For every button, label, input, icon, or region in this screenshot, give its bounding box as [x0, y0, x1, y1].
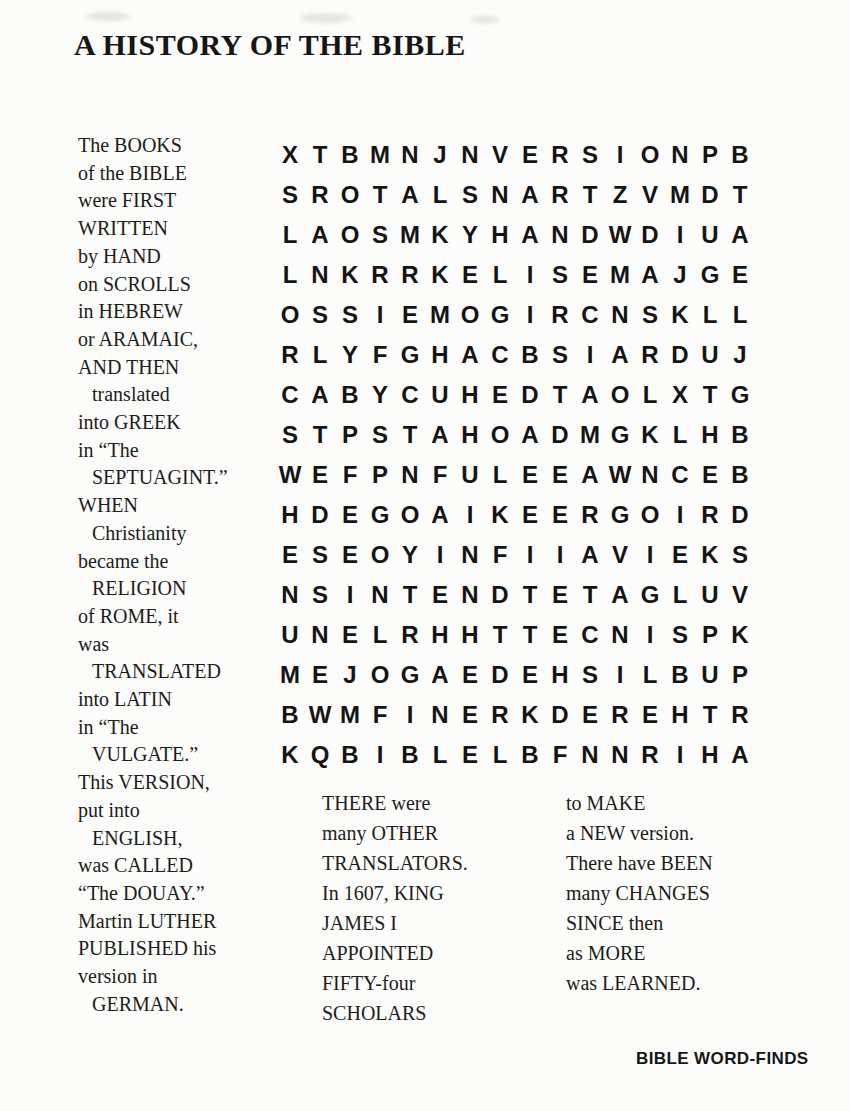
- grid-cell-r9c13[interactable]: N: [635, 455, 665, 495]
- grid-cell-r7c13[interactable]: L: [635, 375, 665, 415]
- grid-cell-r9c3[interactable]: F: [335, 455, 365, 495]
- grid-cell-r2c9[interactable]: A: [515, 175, 545, 215]
- grid-cell-r1c3[interactable]: B: [335, 135, 365, 175]
- grid-cell-r9c12[interactable]: W: [605, 455, 635, 495]
- footer-brand: BIBLE WORD-FINDS: [636, 1049, 809, 1069]
- grid-cell-r16c15[interactable]: H: [695, 735, 725, 775]
- grid-cell-r12c12[interactable]: A: [605, 575, 635, 615]
- grid-cell-r13c9[interactable]: T: [515, 615, 545, 655]
- grid-cell-r10c12[interactable]: G: [605, 495, 635, 535]
- grid-cell-r13c10[interactable]: E: [545, 615, 575, 655]
- grid-cell-r13c2[interactable]: N: [305, 615, 335, 655]
- grid-cell-r5c14[interactable]: K: [665, 295, 695, 335]
- grid-cell-r14c9[interactable]: E: [515, 655, 545, 695]
- grid-cell-r12c2[interactable]: S: [305, 575, 335, 615]
- grid-cell-r14c1[interactable]: M: [275, 655, 305, 695]
- grid-cell-r5c9[interactable]: I: [515, 295, 545, 335]
- grid-cell-r9c14[interactable]: C: [665, 455, 695, 495]
- grid-cell-r16c5[interactable]: B: [395, 735, 425, 775]
- grid-cell-r12c1[interactable]: N: [275, 575, 305, 615]
- grid-cell-r4c1[interactable]: L: [275, 255, 305, 295]
- text-line: version in: [78, 963, 283, 991]
- grid-cell-r15c11[interactable]: E: [575, 695, 605, 735]
- grid-cell-r5c2[interactable]: S: [305, 295, 335, 335]
- grid-cell-r2c4[interactable]: T: [365, 175, 395, 215]
- text-line: TRANSLATED: [78, 658, 283, 686]
- grid-cell-r13c13[interactable]: I: [635, 615, 665, 655]
- grid-cell-r12c13[interactable]: G: [635, 575, 665, 615]
- grid-cell-r1c4[interactable]: M: [365, 135, 395, 175]
- grid-cell-r13c7[interactable]: H: [455, 615, 485, 655]
- grid-cell-r16c3[interactable]: B: [335, 735, 365, 775]
- scan-smudge: [300, 13, 352, 23]
- grid-cell-r13c12[interactable]: N: [605, 615, 635, 655]
- grid-cell-r6c3[interactable]: Y: [335, 335, 365, 375]
- grid-cell-r11c14[interactable]: E: [665, 535, 695, 575]
- text-line: THERE were: [322, 788, 537, 818]
- grid-cell-r16c6[interactable]: L: [425, 735, 455, 775]
- grid-cell-r6c1[interactable]: R: [275, 335, 305, 375]
- grid-cell-r9c4[interactable]: P: [365, 455, 395, 495]
- grid-cell-r3c10[interactable]: N: [545, 215, 575, 255]
- grid-cell-r10c7[interactable]: I: [455, 495, 485, 535]
- grid-cell-r8c1[interactable]: S: [275, 415, 305, 455]
- grid-cell-r3c2[interactable]: A: [305, 215, 335, 255]
- grid-cell-r3c1[interactable]: L: [275, 215, 305, 255]
- grid-cell-r11c11[interactable]: A: [575, 535, 605, 575]
- grid-cell-r12c7[interactable]: N: [455, 575, 485, 615]
- grid-cell-r11c9[interactable]: I: [515, 535, 545, 575]
- grid-cell-r3c3[interactable]: O: [335, 215, 365, 255]
- grid-cell-r14c11[interactable]: S: [575, 655, 605, 695]
- grid-cell-r8c16[interactable]: B: [725, 415, 755, 455]
- grid-cell-r2c13[interactable]: V: [635, 175, 665, 215]
- grid-cell-r1c14[interactable]: N: [665, 135, 695, 175]
- grid-cell-r10c10[interactable]: E: [545, 495, 575, 535]
- grid-cell-r10c6[interactable]: A: [425, 495, 455, 535]
- grid-cell-r13c14[interactable]: S: [665, 615, 695, 655]
- grid-cell-r8c12[interactable]: G: [605, 415, 635, 455]
- grid-cell-r5c16[interactable]: L: [725, 295, 755, 335]
- text-line: of the BIBLE: [78, 160, 283, 188]
- grid-cell-r10c2[interactable]: D: [305, 495, 335, 535]
- grid-cell-r15c2[interactable]: W: [305, 695, 335, 735]
- text-line: into LATIN: [78, 686, 283, 714]
- grid-cell-r1c16[interactable]: B: [725, 135, 755, 175]
- grid-cell-r6c5[interactable]: G: [395, 335, 425, 375]
- grid-cell-r1c13[interactable]: O: [635, 135, 665, 175]
- grid-cell-r11c13[interactable]: I: [635, 535, 665, 575]
- grid-cell-r3c14[interactable]: I: [665, 215, 695, 255]
- text-line: became the: [78, 548, 283, 576]
- grid-cell-r2c1[interactable]: S: [275, 175, 305, 215]
- grid-cell-r11c7[interactable]: N: [455, 535, 485, 575]
- grid-cell-r4c10[interactable]: S: [545, 255, 575, 295]
- grid-cell-r6c4[interactable]: F: [365, 335, 395, 375]
- grid-cell-r9c7[interactable]: U: [455, 455, 485, 495]
- grid-cell-r4c15[interactable]: G: [695, 255, 725, 295]
- grid-cell-r4c16[interactable]: E: [725, 255, 755, 295]
- text-line: WHEN: [78, 492, 283, 520]
- text-line: This VERSION,: [78, 769, 283, 797]
- grid-cell-r5c13[interactable]: S: [635, 295, 665, 335]
- grid-cell-r9c6[interactable]: F: [425, 455, 455, 495]
- grid-cell-r3c4[interactable]: S: [365, 215, 395, 255]
- grid-cell-r7c16[interactable]: G: [725, 375, 755, 415]
- grid-cell-r16c12[interactable]: N: [605, 735, 635, 775]
- text-line: as MORE: [566, 938, 781, 968]
- puzzle-page: A HISTORY OF THE BIBLE The BOOKSof the B…: [0, 0, 850, 1111]
- grid-cell-r3c8[interactable]: H: [485, 215, 515, 255]
- grid-cell-r12c3[interactable]: I: [335, 575, 365, 615]
- grid-cell-r11c1[interactable]: E: [275, 535, 305, 575]
- grid-cell-r9c11[interactable]: A: [575, 455, 605, 495]
- grid-cell-r1c9[interactable]: E: [515, 135, 545, 175]
- grid-cell-r3c5[interactable]: M: [395, 215, 425, 255]
- grid-cell-r5c1[interactable]: O: [275, 295, 305, 335]
- grid-cell-r14c8[interactable]: D: [485, 655, 515, 695]
- grid-cell-r3c7[interactable]: Y: [455, 215, 485, 255]
- grid-cell-r16c7[interactable]: E: [455, 735, 485, 775]
- grid-cell-r11c3[interactable]: E: [335, 535, 365, 575]
- grid-cell-r1c6[interactable]: J: [425, 135, 455, 175]
- text-line: was: [78, 631, 283, 659]
- text-line: JAMES I: [322, 908, 537, 938]
- grid-cell-r15c14[interactable]: H: [665, 695, 695, 735]
- grid-cell-r7c15[interactable]: T: [695, 375, 725, 415]
- grid-cell-r6c6[interactable]: H: [425, 335, 455, 375]
- grid-cell-r7c9[interactable]: D: [515, 375, 545, 415]
- grid-cell-r16c9[interactable]: B: [515, 735, 545, 775]
- grid-cell-r14c6[interactable]: A: [425, 655, 455, 695]
- grid-cell-r8c10[interactable]: D: [545, 415, 575, 455]
- grid-cell-r13c4[interactable]: L: [365, 615, 395, 655]
- grid-cell-r16c13[interactable]: R: [635, 735, 665, 775]
- grid-cell-r7c4[interactable]: Y: [365, 375, 395, 415]
- grid-cell-r8c13[interactable]: K: [635, 415, 665, 455]
- grid-cell-r5c5[interactable]: E: [395, 295, 425, 335]
- grid-cell-r9c8[interactable]: L: [485, 455, 515, 495]
- text-line: was CALLED: [78, 852, 283, 880]
- grid-cell-r6c13[interactable]: R: [635, 335, 665, 375]
- grid-cell-r5c15[interactable]: L: [695, 295, 725, 335]
- grid-cell-r15c8[interactable]: R: [485, 695, 515, 735]
- text-line: SCHOLARS: [322, 998, 537, 1028]
- grid-cell-r7c14[interactable]: X: [665, 375, 695, 415]
- grid-cell-r12c11[interactable]: T: [575, 575, 605, 615]
- grid-cell-r4c14[interactable]: J: [665, 255, 695, 295]
- text-line: VULGATE.”: [78, 741, 283, 769]
- grid-cell-r12c15[interactable]: U: [695, 575, 725, 615]
- grid-cell-r9c1[interactable]: W: [275, 455, 305, 495]
- grid-cell-r6c7[interactable]: A: [455, 335, 485, 375]
- grid-cell-r4c3[interactable]: K: [335, 255, 365, 295]
- grid-cell-r14c12[interactable]: I: [605, 655, 635, 695]
- grid-cell-r15c9[interactable]: K: [515, 695, 545, 735]
- grid-cell-r1c8[interactable]: V: [485, 135, 515, 175]
- text-line: into GREEK: [78, 409, 283, 437]
- grid-cell-r5c4[interactable]: I: [365, 295, 395, 335]
- grid-cell-r4c5[interactable]: R: [395, 255, 425, 295]
- grid-cell-r13c1[interactable]: U: [275, 615, 305, 655]
- grid-cell-r8c9[interactable]: A: [515, 415, 545, 455]
- grid-cell-r6c16[interactable]: J: [725, 335, 755, 375]
- grid-cell-r11c12[interactable]: V: [605, 535, 635, 575]
- scan-smudge: [86, 12, 130, 21]
- grid-cell-r13c16[interactable]: K: [725, 615, 755, 655]
- grid-cell-r14c16[interactable]: P: [725, 655, 755, 695]
- grid-cell-r6c2[interactable]: L: [305, 335, 335, 375]
- grid-cell-r8c14[interactable]: L: [665, 415, 695, 455]
- text-line: of ROME, it: [78, 603, 283, 631]
- grid-cell-r10c4[interactable]: G: [365, 495, 395, 535]
- grid-cell-r13c6[interactable]: H: [425, 615, 455, 655]
- grid-cell-r12c6[interactable]: E: [425, 575, 455, 615]
- story-middle-column: THERE weremany OTHERTRANSLATORS.In 1607,…: [322, 788, 537, 1028]
- text-line: was LEARNED.: [566, 968, 781, 998]
- grid-cell-r4c8[interactable]: L: [485, 255, 515, 295]
- grid-cell-r5c3[interactable]: S: [335, 295, 365, 335]
- grid-cell-r8c3[interactable]: P: [335, 415, 365, 455]
- grid-cell-r4c11[interactable]: E: [575, 255, 605, 295]
- grid-cell-r15c16[interactable]: R: [725, 695, 755, 735]
- grid-cell-r2c7[interactable]: S: [455, 175, 485, 215]
- grid-cell-r8c7[interactable]: H: [455, 415, 485, 455]
- grid-cell-r15c6[interactable]: N: [425, 695, 455, 735]
- text-line: RELIGION: [78, 575, 283, 603]
- grid-cell-r5c10[interactable]: R: [545, 295, 575, 335]
- grid-cell-r11c15[interactable]: K: [695, 535, 725, 575]
- grid-cell-r4c12[interactable]: M: [605, 255, 635, 295]
- grid-cell-r7c10[interactable]: T: [545, 375, 575, 415]
- grid-cell-r11c2[interactable]: S: [305, 535, 335, 575]
- grid-cell-r4c4[interactable]: R: [365, 255, 395, 295]
- grid-cell-r14c15[interactable]: U: [695, 655, 725, 695]
- grid-cell-r10c16[interactable]: D: [725, 495, 755, 535]
- grid-cell-r15c15[interactable]: T: [695, 695, 725, 735]
- grid-cell-r16c2[interactable]: Q: [305, 735, 335, 775]
- text-line: There have BEEN: [566, 848, 781, 878]
- grid-cell-r11c16[interactable]: S: [725, 535, 755, 575]
- grid-cell-r8c5[interactable]: T: [395, 415, 425, 455]
- grid-cell-r3c12[interactable]: W: [605, 215, 635, 255]
- grid-cell-r5c6[interactable]: M: [425, 295, 455, 335]
- grid-cell-r4c13[interactable]: A: [635, 255, 665, 295]
- grid-cell-r12c8[interactable]: D: [485, 575, 515, 615]
- grid-cell-r3c16[interactable]: A: [725, 215, 755, 255]
- grid-cell-r2c12[interactable]: Z: [605, 175, 635, 215]
- grid-cell-r2c16[interactable]: T: [725, 175, 755, 215]
- grid-cell-r14c13[interactable]: L: [635, 655, 665, 695]
- text-line: ENGLISH,: [78, 825, 283, 853]
- grid-cell-r7c11[interactable]: A: [575, 375, 605, 415]
- grid-cell-r2c2[interactable]: R: [305, 175, 335, 215]
- grid-cell-r2c3[interactable]: O: [335, 175, 365, 215]
- grid-cell-r14c14[interactable]: B: [665, 655, 695, 695]
- grid-cell-r8c8[interactable]: O: [485, 415, 515, 455]
- grid-cell-r14c5[interactable]: G: [395, 655, 425, 695]
- grid-cell-r15c12[interactable]: R: [605, 695, 635, 735]
- grid-cell-r2c15[interactable]: D: [695, 175, 725, 215]
- grid-cell-r6c14[interactable]: D: [665, 335, 695, 375]
- grid-cell-r5c11[interactable]: C: [575, 295, 605, 335]
- text-line: in HEBREW: [78, 298, 283, 326]
- grid-cell-r1c15[interactable]: P: [695, 135, 725, 175]
- grid-cell-r7c5[interactable]: C: [395, 375, 425, 415]
- story-right-column: to MAKEa NEW version.There have BEENmany…: [566, 788, 781, 998]
- grid-cell-r2c10[interactable]: R: [545, 175, 575, 215]
- grid-cell-r10c5[interactable]: O: [395, 495, 425, 535]
- grid-cell-r16c4[interactable]: I: [365, 735, 395, 775]
- grid-cell-r10c9[interactable]: E: [515, 495, 545, 535]
- grid-cell-r10c13[interactable]: O: [635, 495, 665, 535]
- grid-cell-r12c4[interactable]: N: [365, 575, 395, 615]
- grid-cell-r16c14[interactable]: I: [665, 735, 695, 775]
- grid-cell-r16c8[interactable]: L: [485, 735, 515, 775]
- grid-cell-r15c13[interactable]: E: [635, 695, 665, 735]
- grid-cell-r8c11[interactable]: M: [575, 415, 605, 455]
- grid-cell-r6c12[interactable]: A: [605, 335, 635, 375]
- grid-cell-r6c15[interactable]: U: [695, 335, 725, 375]
- grid-cell-r7c12[interactable]: O: [605, 375, 635, 415]
- grid-cell-r1c10[interactable]: R: [545, 135, 575, 175]
- grid-cell-r2c6[interactable]: L: [425, 175, 455, 215]
- grid-cell-r11c6[interactable]: I: [425, 535, 455, 575]
- grid-cell-r15c10[interactable]: D: [545, 695, 575, 735]
- grid-cell-r14c10[interactable]: H: [545, 655, 575, 695]
- text-line: on SCROLLS: [78, 271, 283, 299]
- grid-cell-r14c3[interactable]: J: [335, 655, 365, 695]
- grid-cell-r7c2[interactable]: A: [305, 375, 335, 415]
- text-line: AND THEN: [78, 354, 283, 382]
- grid-cell-r1c7[interactable]: N: [455, 135, 485, 175]
- text-line: in “The: [78, 714, 283, 742]
- page-title: A HISTORY OF THE BIBLE: [74, 28, 466, 62]
- grid-cell-r9c16[interactable]: B: [725, 455, 755, 495]
- grid-cell-r14c4[interactable]: O: [365, 655, 395, 695]
- grid-cell-r2c5[interactable]: A: [395, 175, 425, 215]
- grid-cell-r4c9[interactable]: I: [515, 255, 545, 295]
- grid-cell-r15c5[interactable]: I: [395, 695, 425, 735]
- grid-cell-r3c6[interactable]: K: [425, 215, 455, 255]
- grid-cell-r5c7[interactable]: O: [455, 295, 485, 335]
- grid-cell-r8c4[interactable]: S: [365, 415, 395, 455]
- grid-cell-r1c12[interactable]: I: [605, 135, 635, 175]
- grid-cell-r10c8[interactable]: K: [485, 495, 515, 535]
- grid-cell-r9c5[interactable]: N: [395, 455, 425, 495]
- text-line: PUBLISHED his: [78, 935, 283, 963]
- grid-cell-r12c9[interactable]: T: [515, 575, 545, 615]
- grid-cell-r7c8[interactable]: E: [485, 375, 515, 415]
- text-line: many OTHER: [322, 818, 537, 848]
- grid-cell-r5c12[interactable]: N: [605, 295, 635, 335]
- text-line: put into: [78, 797, 283, 825]
- grid-cell-r8c6[interactable]: A: [425, 415, 455, 455]
- grid-cell-r16c16[interactable]: A: [725, 735, 755, 775]
- grid-cell-r13c3[interactable]: E: [335, 615, 365, 655]
- grid-cell-r1c11[interactable]: S: [575, 135, 605, 175]
- grid-cell-r12c16[interactable]: V: [725, 575, 755, 615]
- grid-cell-r14c7[interactable]: E: [455, 655, 485, 695]
- grid-cell-r4c6[interactable]: K: [425, 255, 455, 295]
- grid-cell-r1c5[interactable]: N: [395, 135, 425, 175]
- grid-cell-r12c10[interactable]: E: [545, 575, 575, 615]
- grid-cell-r12c5[interactable]: T: [395, 575, 425, 615]
- grid-cell-r14c2[interactable]: E: [305, 655, 335, 695]
- grid-cell-r1c1[interactable]: X: [275, 135, 305, 175]
- grid-cell-r15c4[interactable]: F: [365, 695, 395, 735]
- grid-cell-r7c6[interactable]: U: [425, 375, 455, 415]
- grid-cell-r6c10[interactable]: S: [545, 335, 575, 375]
- grid-cell-r10c14[interactable]: I: [665, 495, 695, 535]
- text-line: were FIRST: [78, 187, 283, 215]
- grid-cell-r3c15[interactable]: U: [695, 215, 725, 255]
- grid-cell-r4c2[interactable]: N: [305, 255, 335, 295]
- text-line: GERMAN.: [78, 991, 283, 1019]
- grid-cell-r5c8[interactable]: G: [485, 295, 515, 335]
- grid-cell-r10c1[interactable]: H: [275, 495, 305, 535]
- grid-cell-r12c14[interactable]: L: [665, 575, 695, 615]
- grid-cell-r10c15[interactable]: R: [695, 495, 725, 535]
- grid-cell-r13c8[interactable]: T: [485, 615, 515, 655]
- grid-cell-r6c11[interactable]: I: [575, 335, 605, 375]
- grid-cell-r11c4[interactable]: O: [365, 535, 395, 575]
- text-line: or ARAMAIC,: [78, 326, 283, 354]
- grid-cell-r9c9[interactable]: E: [515, 455, 545, 495]
- grid-cell-r2c11[interactable]: T: [575, 175, 605, 215]
- text-line: by HAND: [78, 243, 283, 271]
- grid-cell-r15c7[interactable]: E: [455, 695, 485, 735]
- grid-cell-r3c13[interactable]: D: [635, 215, 665, 255]
- intro-text-column: The BOOKSof the BIBLEwere FIRSTWRITTENby…: [78, 132, 283, 1019]
- grid-cell-r9c15[interactable]: E: [695, 455, 725, 495]
- grid-cell-r4c7[interactable]: E: [455, 255, 485, 295]
- grid-cell-r15c3[interactable]: M: [335, 695, 365, 735]
- grid-cell-r13c11[interactable]: C: [575, 615, 605, 655]
- grid-cell-r7c7[interactable]: H: [455, 375, 485, 415]
- grid-cell-r6c8[interactable]: C: [485, 335, 515, 375]
- grid-cell-r11c8[interactable]: F: [485, 535, 515, 575]
- text-line: Martin LUTHER: [78, 908, 283, 936]
- grid-cell-r2c14[interactable]: M: [665, 175, 695, 215]
- scan-smudge: [470, 16, 500, 23]
- grid-cell-r2c8[interactable]: N: [485, 175, 515, 215]
- text-line: SEPTUAGINT.”: [78, 464, 283, 492]
- grid-cell-r9c10[interactable]: E: [545, 455, 575, 495]
- text-line: TRANSLATORS.: [322, 848, 537, 878]
- grid-cell-r13c5[interactable]: R: [395, 615, 425, 655]
- grid-cell-r3c11[interactable]: D: [575, 215, 605, 255]
- grid-cell-r6c9[interactable]: B: [515, 335, 545, 375]
- text-line: a NEW version.: [566, 818, 781, 848]
- grid-cell-r16c1[interactable]: K: [275, 735, 305, 775]
- grid-cell-r11c5[interactable]: Y: [395, 535, 425, 575]
- grid-cell-r13c15[interactable]: P: [695, 615, 725, 655]
- grid-cell-r8c15[interactable]: H: [695, 415, 725, 455]
- grid-cell-r16c11[interactable]: N: [575, 735, 605, 775]
- grid-cell-r11c10[interactable]: I: [545, 535, 575, 575]
- grid-cell-r7c1[interactable]: C: [275, 375, 305, 415]
- grid-cell-r15c1[interactable]: B: [275, 695, 305, 735]
- grid-cell-r8c2[interactable]: T: [305, 415, 335, 455]
- grid-cell-r16c10[interactable]: F: [545, 735, 575, 775]
- grid-cell-r7c3[interactable]: B: [335, 375, 365, 415]
- grid-cell-r10c11[interactable]: R: [575, 495, 605, 535]
- grid-cell-r1c2[interactable]: T: [305, 135, 335, 175]
- grid-cell-r3c9[interactable]: A: [515, 215, 545, 255]
- grid-cell-r9c2[interactable]: E: [305, 455, 335, 495]
- grid-cell-r10c3[interactable]: E: [335, 495, 365, 535]
